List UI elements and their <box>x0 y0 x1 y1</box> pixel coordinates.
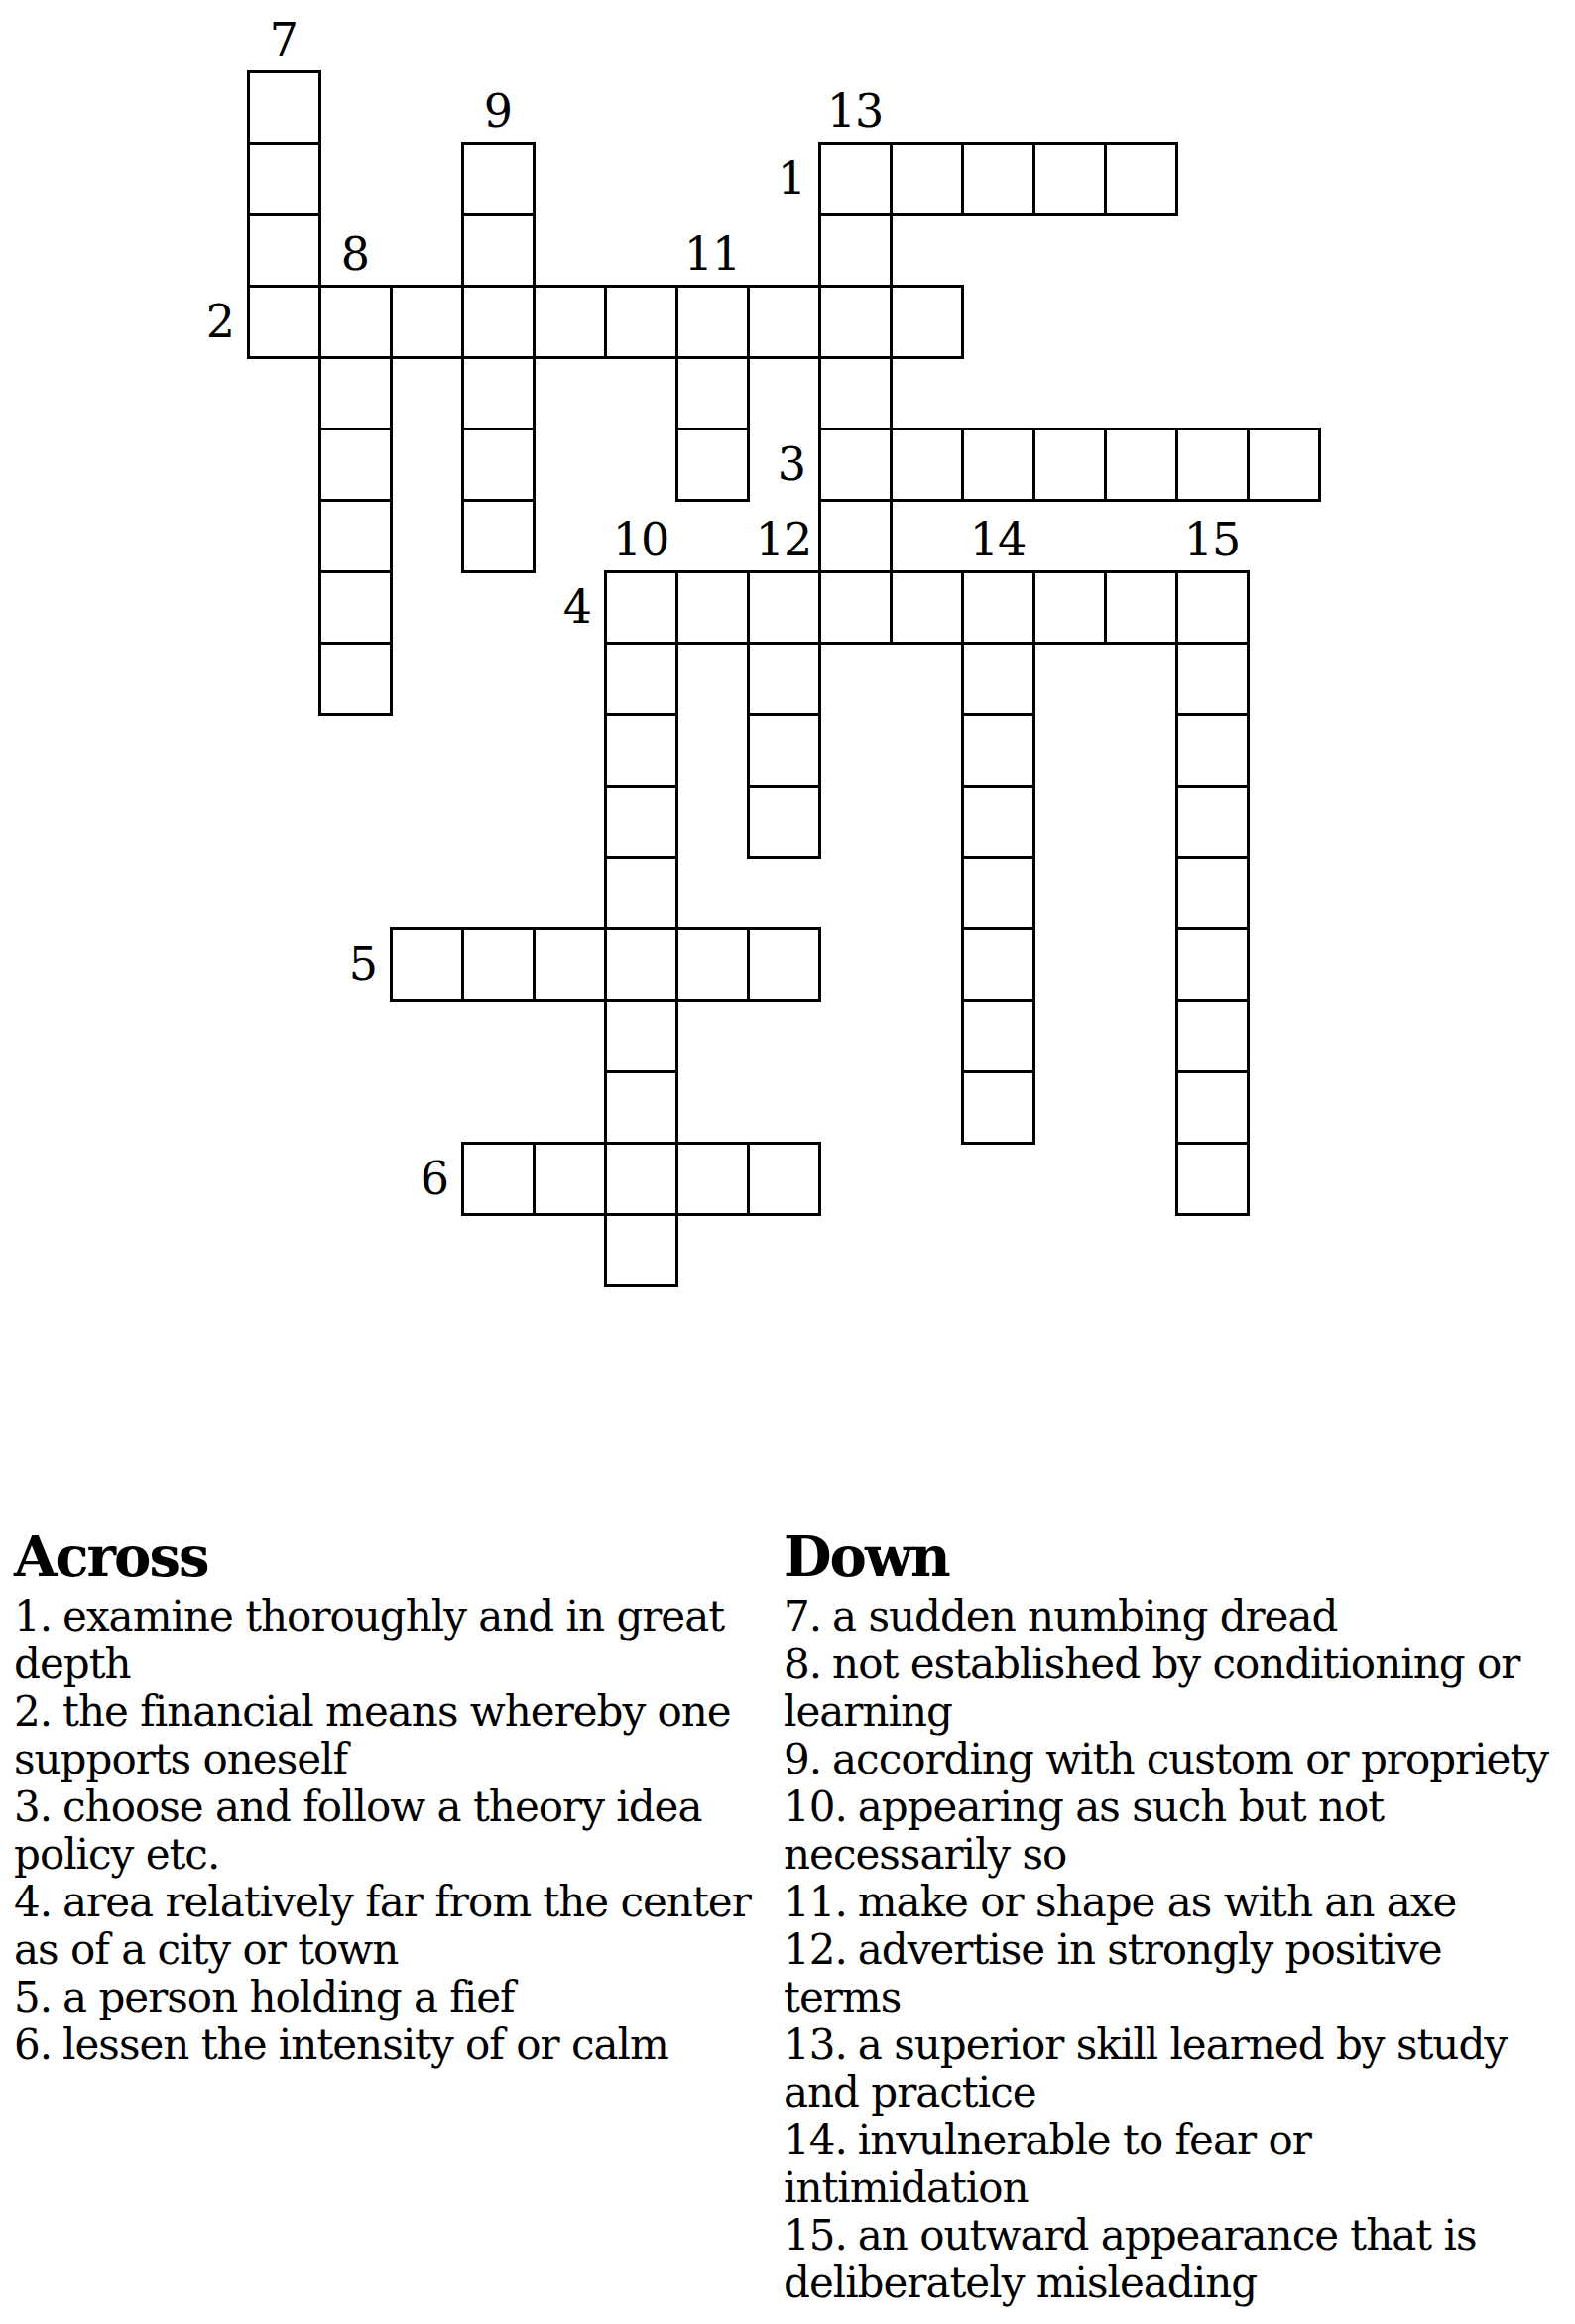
grid-number-10: 10 <box>613 516 669 563</box>
grid-cell-r3c1[interactable] <box>318 285 393 359</box>
grid-cell-r2c0[interactable] <box>247 213 321 288</box>
grid-cell-r0c0[interactable] <box>247 70 321 145</box>
clue-down-15-text: an outward appearance that is deliberate… <box>784 2211 1477 2307</box>
grid-cell-r1c11[interactable] <box>1032 142 1107 216</box>
grid-cell-r3c3[interactable] <box>461 285 536 359</box>
grid-cell-r5c12[interactable] <box>1104 428 1178 502</box>
grid-cell-r7c6[interactable] <box>675 570 750 645</box>
down-clues-section: Down 7.a sudden numbing dread 8.not esta… <box>784 1526 1552 2307</box>
grid-cell-r1c9[interactable] <box>890 142 964 216</box>
grid-cell-r3c0[interactable] <box>247 285 321 359</box>
grid-cell-r3c4[interactable] <box>533 285 607 359</box>
clue-down-13-number: 13. <box>784 2020 847 2069</box>
grid-cell-r12c7[interactable] <box>747 927 821 1002</box>
clue-across-2: 2.the financial means whereby one suppor… <box>14 1688 768 1783</box>
grid-cell-r7c11[interactable] <box>1032 570 1107 645</box>
grid-cell-r15c13[interactable] <box>1175 1142 1250 1216</box>
across-heading: Across <box>14 1526 768 1587</box>
clue-down-9-text: according with custom or propriety <box>832 1735 1548 1783</box>
grid-cell-r12c3[interactable] <box>461 927 536 1002</box>
grid-number-2: 2 <box>143 298 234 345</box>
clue-down-8: 8.not established by conditioning or lea… <box>784 1641 1552 1736</box>
clue-down-14-text: invulnerable to fear or intimidation <box>784 2116 1311 2212</box>
grid-cell-r12c2[interactable] <box>390 927 464 1002</box>
grid-cell-r8c1[interactable] <box>318 642 393 716</box>
clue-down-10: 10.appearing as such but not necessarily… <box>784 1783 1552 1879</box>
clue-down-9: 9.according with custom or propriety <box>784 1736 1552 1783</box>
grid-cell-r15c4[interactable] <box>533 1142 607 1216</box>
clue-across-2-number: 2. <box>14 1687 52 1736</box>
clue-down-15: 15.an outward appearance that is deliber… <box>784 2212 1552 2307</box>
clue-down-10-number: 10. <box>784 1782 847 1831</box>
grid-cell-r5c1[interactable] <box>318 428 393 502</box>
clue-down-9-number: 9. <box>784 1735 821 1783</box>
clue-across-5-number: 5. <box>14 1973 52 2021</box>
grid-cell-r7c12[interactable] <box>1104 570 1178 645</box>
grid-number-15: 15 <box>1184 516 1241 563</box>
down-heading: Down <box>784 1526 1552 1587</box>
grid-cell-r9c5[interactable] <box>604 713 678 788</box>
grid-cell-r3c9[interactable] <box>890 285 964 359</box>
grid-cell-r6c1[interactable] <box>318 499 393 573</box>
grid-cell-r12c13[interactable] <box>1175 927 1250 1002</box>
crossword-grid <box>248 71 1319 1285</box>
grid-cell-r8c13[interactable] <box>1175 642 1250 716</box>
grid-cell-r9c10[interactable] <box>961 713 1035 788</box>
clue-across-1: 1.examine thoroughly and in great depth <box>14 1593 768 1688</box>
clue-across-4: 4.area relatively far from the center as… <box>14 1879 768 1974</box>
clue-down-14-number: 14. <box>784 2116 847 2164</box>
clue-across-2-text: the financial means whereby one supports… <box>14 1687 731 1783</box>
grid-cell-r4c6[interactable] <box>675 356 750 430</box>
clue-across-1-text: examine thoroughly and in great depth <box>14 1592 724 1688</box>
clue-down-11: 11.make or shape as with an axe <box>784 1879 1552 1926</box>
grid-cell-r7c9[interactable] <box>890 570 964 645</box>
grid-cell-r1c8[interactable] <box>818 142 893 216</box>
clue-down-12: 12.advertise in strongly positive terms <box>784 1926 1552 2021</box>
grid-number-1: 1 <box>714 155 805 202</box>
grid-cell-r12c10[interactable] <box>961 927 1035 1002</box>
grid-cell-r7c8[interactable] <box>818 570 893 645</box>
grid-number-9: 9 <box>484 87 512 135</box>
grid-cell-r5c10[interactable] <box>961 428 1035 502</box>
clue-down-8-number: 8. <box>784 1640 821 1688</box>
grid-cell-r5c3[interactable] <box>461 428 536 502</box>
grid-cell-r8c5[interactable] <box>604 642 678 716</box>
grid-cell-r3c8[interactable] <box>818 285 893 359</box>
grid-cell-r2c8[interactable] <box>818 213 893 288</box>
grid-cell-r14c10[interactable] <box>961 1070 1035 1145</box>
grid-cell-r11c13[interactable] <box>1175 856 1250 930</box>
grid-cell-r3c2[interactable] <box>390 285 464 359</box>
grid-cell-r4c8[interactable] <box>818 356 893 430</box>
clue-down-15-number: 15. <box>784 2211 847 2260</box>
grid-cell-r15c5[interactable] <box>604 1142 678 1216</box>
grid-cell-r1c3[interactable] <box>461 142 536 216</box>
clue-down-11-text: make or shape as with an axe <box>858 1878 1457 1926</box>
grid-cell-r10c7[interactable] <box>747 785 821 859</box>
clue-down-12-number: 12. <box>784 1925 847 1974</box>
grid-cell-r7c7[interactable] <box>747 570 821 645</box>
clue-across-5-text: a person holding a fief <box>62 1973 515 2021</box>
grid-cell-r15c3[interactable] <box>461 1142 536 1216</box>
grid-cell-r10c5[interactable] <box>604 785 678 859</box>
grid-cell-r13c10[interactable] <box>961 999 1035 1073</box>
grid-cell-r9c13[interactable] <box>1175 713 1250 788</box>
grid-cell-r4c3[interactable] <box>461 356 536 430</box>
clue-down-13-text: a superior skill learned by study and pr… <box>784 2020 1507 2117</box>
grid-number-7: 7 <box>270 16 298 63</box>
grid-cell-r2c3[interactable] <box>461 213 536 288</box>
grid-number-6: 6 <box>357 1155 448 1202</box>
clue-across-3: 3.choose and follow a theory idea policy… <box>14 1783 768 1879</box>
across-clue-list: 1.examine thoroughly and in great depth … <box>14 1593 768 2069</box>
grid-cell-r11c5[interactable] <box>604 856 678 930</box>
grid-cell-r7c10[interactable] <box>961 570 1035 645</box>
clue-across-6: 6.lessen the intensity of or calm <box>14 2021 768 2069</box>
grid-number-5: 5 <box>286 940 377 988</box>
grid-cell-r3c7[interactable] <box>747 285 821 359</box>
grid-cell-r7c1[interactable] <box>318 570 393 645</box>
grid-cell-r6c3[interactable] <box>461 499 536 573</box>
grid-number-13: 13 <box>827 87 884 135</box>
grid-cell-r16c5[interactable] <box>604 1213 678 1287</box>
clue-down-10-text: appearing as such but not necessarily so <box>784 1782 1384 1879</box>
clue-down-11-number: 11. <box>784 1878 847 1926</box>
grid-cell-r7c5[interactable] <box>604 570 678 645</box>
grid-cell-r7c13[interactable] <box>1175 570 1250 645</box>
grid-cell-r14c5[interactable] <box>604 1070 678 1145</box>
grid-cell-r3c5[interactable] <box>604 285 678 359</box>
grid-cell-r3c6[interactable] <box>675 285 750 359</box>
grid-cell-r14c13[interactable] <box>1175 1070 1250 1145</box>
grid-cell-r5c11[interactable] <box>1032 428 1107 502</box>
clue-across-3-text: choose and follow a theory idea policy e… <box>14 1782 701 1879</box>
clue-down-7-number: 7. <box>784 1592 821 1641</box>
grid-cell-r5c8[interactable] <box>818 428 893 502</box>
clue-down-8-text: not established by conditioning or learn… <box>784 1640 1519 1736</box>
grid-cell-r6c8[interactable] <box>818 499 893 573</box>
clue-down-7: 7.a sudden numbing dread <box>784 1593 1552 1641</box>
grid-cell-r5c14[interactable] <box>1247 428 1321 502</box>
clue-across-5: 5.a person holding a fief <box>14 1974 768 2021</box>
grid-cell-r12c6[interactable] <box>675 927 750 1002</box>
grid-cell-r10c10[interactable] <box>961 785 1035 859</box>
across-clues-section: Across 1.examine thoroughly and in great… <box>14 1526 768 2069</box>
grid-cell-r11c10[interactable] <box>961 856 1035 930</box>
grid-number-14: 14 <box>970 516 1027 563</box>
clue-down-7-text: a sudden numbing dread <box>832 1592 1337 1641</box>
crossword-board: 791318112310121415456 <box>0 0 1575 1389</box>
clue-across-4-number: 4. <box>14 1878 52 1926</box>
grid-number-3: 3 <box>714 440 805 488</box>
grid-cell-r13c13[interactable] <box>1175 999 1250 1073</box>
clue-down-13: 13.a superior skill learned by study and… <box>784 2021 1552 2117</box>
grid-cell-r1c10[interactable] <box>961 142 1035 216</box>
grid-cell-r15c7[interactable] <box>747 1142 821 1216</box>
grid-cell-r1c0[interactable] <box>247 142 321 216</box>
clue-across-4-text: area relatively far from the center as o… <box>14 1878 751 1974</box>
grid-cell-r15c6[interactable] <box>675 1142 750 1216</box>
grid-cell-r8c10[interactable] <box>961 642 1035 716</box>
grid-cell-r10c13[interactable] <box>1175 785 1250 859</box>
clue-across-6-text: lessen the intensity of or calm <box>62 2020 668 2069</box>
clue-down-14: 14.invulnerable to fear or intimidation <box>784 2117 1552 2212</box>
clue-across-3-number: 3. <box>14 1782 52 1831</box>
grid-cell-r8c7[interactable] <box>747 642 821 716</box>
down-clue-list: 7.a sudden numbing dread 8.not establish… <box>784 1593 1552 2307</box>
grid-cell-r12c4[interactable] <box>533 927 607 1002</box>
grid-number-8: 8 <box>341 230 369 278</box>
grid-number-4: 4 <box>500 583 591 631</box>
clue-down-12-text: advertise in strongly positive terms <box>784 1925 1442 2021</box>
grid-cell-r1c12[interactable] <box>1104 142 1178 216</box>
grid-cell-r5c9[interactable] <box>890 428 964 502</box>
clue-across-6-number: 6. <box>14 2020 52 2069</box>
grid-cell-r5c13[interactable] <box>1175 428 1250 502</box>
grid-cell-r12c5[interactable] <box>604 927 678 1002</box>
grid-cell-r4c1[interactable] <box>318 356 393 430</box>
grid-cell-r13c5[interactable] <box>604 999 678 1073</box>
grid-cell-r9c7[interactable] <box>747 713 821 788</box>
grid-number-11: 11 <box>684 230 741 278</box>
clue-across-1-number: 1. <box>14 1592 52 1641</box>
grid-number-12: 12 <box>756 516 812 563</box>
